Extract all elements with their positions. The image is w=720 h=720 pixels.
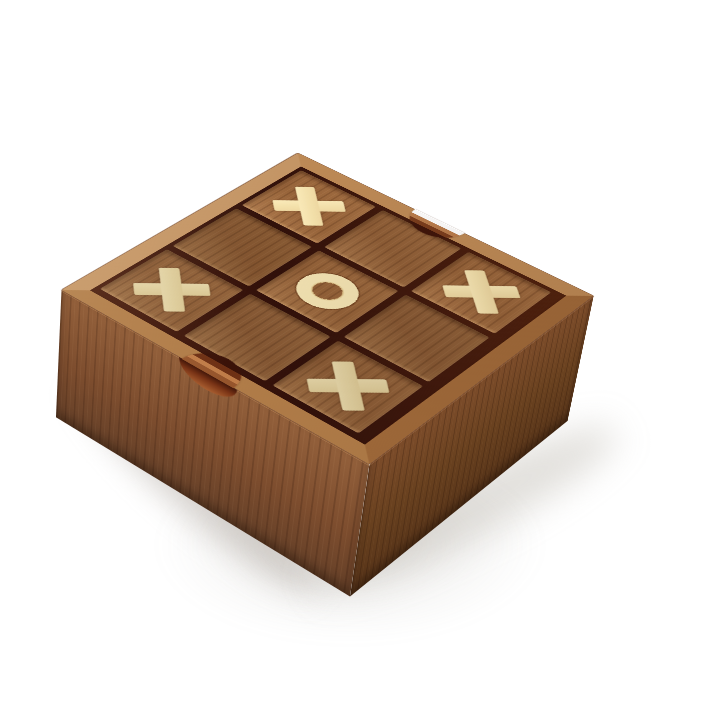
perspective-stage — [0, 0, 720, 720]
board-cell[interactable] — [272, 341, 423, 434]
x-piece[interactable] — [290, 351, 406, 422]
photo-scene — [0, 0, 720, 720]
board-cell[interactable] — [184, 294, 331, 382]
board-cell[interactable] — [344, 295, 489, 382]
